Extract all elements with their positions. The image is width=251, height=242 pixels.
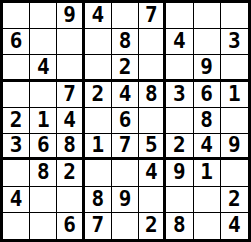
cell-given[interactable]: 4 [139,160,166,186]
cell-given[interactable]: 1 [85,134,112,160]
cell-empty[interactable] [3,82,30,108]
cell-empty[interactable] [194,29,221,55]
cell-given[interactable]: 1 [30,108,57,134]
cell-given[interactable]: 6 [194,82,221,108]
cell-given[interactable]: 2 [57,160,84,186]
cell-given[interactable]: 4 [57,108,84,134]
cell-given[interactable]: 9 [221,134,248,160]
cell-empty[interactable] [139,55,166,81]
cell-empty[interactable] [166,108,193,134]
cell-given[interactable]: 7 [139,3,166,29]
cell-given[interactable]: 1 [221,82,248,108]
cell-given[interactable]: 3 [221,29,248,55]
cell-given[interactable]: 6 [112,108,139,134]
cell-empty[interactable] [221,160,248,186]
cell-given[interactable]: 4 [221,213,248,239]
cell-given[interactable]: 8 [166,213,193,239]
cell-empty[interactable] [194,187,221,213]
cell-empty[interactable] [85,29,112,55]
cell-given[interactable]: 3 [3,134,30,160]
cell-empty[interactable] [166,187,193,213]
cell-empty[interactable] [221,55,248,81]
cell-given[interactable]: 7 [85,213,112,239]
cell-given[interactable]: 4 [30,55,57,81]
cell-empty[interactable] [30,3,57,29]
cell-given[interactable]: 4 [166,29,193,55]
cell-empty[interactable] [166,55,193,81]
cell-empty[interactable] [221,3,248,29]
cell-empty[interactable] [112,3,139,29]
cell-given[interactable]: 4 [3,187,30,213]
cell-given[interactable]: 8 [30,160,57,186]
cell-given[interactable]: 8 [139,82,166,108]
cell-given[interactable]: 9 [112,187,139,213]
cell-empty[interactable] [57,29,84,55]
cell-empty[interactable] [3,55,30,81]
cell-given[interactable]: 6 [57,213,84,239]
cell-empty[interactable] [139,187,166,213]
cell-empty[interactable] [57,55,84,81]
cell-given[interactable]: 8 [85,187,112,213]
cell-empty[interactable] [30,187,57,213]
cell-empty[interactable] [139,108,166,134]
cell-empty[interactable] [57,187,84,213]
cell-empty[interactable] [3,213,30,239]
cell-given[interactable]: 8 [194,108,221,134]
cell-empty[interactable] [194,3,221,29]
cell-given[interactable]: 8 [57,134,84,160]
sudoku-board: 9476843429724836121468368175249824914892… [0,0,251,242]
cell-empty[interactable] [85,108,112,134]
cell-given[interactable]: 9 [194,55,221,81]
cell-given[interactable]: 2 [3,108,30,134]
cell-given[interactable]: 4 [85,3,112,29]
cell-given[interactable]: 7 [112,134,139,160]
cell-given[interactable]: 1 [194,160,221,186]
cell-given[interactable]: 2 [112,55,139,81]
cell-given[interactable]: 2 [166,134,193,160]
cell-empty[interactable] [85,55,112,81]
cell-given[interactable]: 8 [112,29,139,55]
cell-given[interactable]: 4 [112,82,139,108]
cell-empty[interactable] [112,213,139,239]
cell-given[interactable]: 2 [221,187,248,213]
cell-given[interactable]: 6 [30,134,57,160]
cell-given[interactable]: 9 [57,3,84,29]
cell-given[interactable]: 9 [166,160,193,186]
cell-given[interactable]: 4 [194,134,221,160]
cell-empty[interactable] [30,213,57,239]
cell-empty[interactable] [3,3,30,29]
cell-given[interactable]: 5 [139,134,166,160]
cell-empty[interactable] [112,160,139,186]
cell-empty[interactable] [30,29,57,55]
cell-empty[interactable] [194,213,221,239]
cell-given[interactable]: 6 [3,29,30,55]
cell-given[interactable]: 2 [139,213,166,239]
cell-given[interactable]: 2 [85,82,112,108]
cell-empty[interactable] [85,160,112,186]
cell-empty[interactable] [30,82,57,108]
cell-empty[interactable] [3,160,30,186]
cell-empty[interactable] [166,3,193,29]
cell-empty[interactable] [221,108,248,134]
cell-empty[interactable] [139,29,166,55]
cell-given[interactable]: 3 [166,82,193,108]
cell-given[interactable]: 7 [57,82,84,108]
